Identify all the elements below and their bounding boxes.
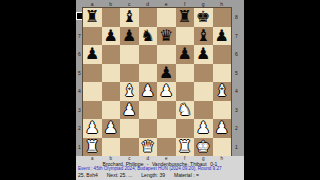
square-g5[interactable] bbox=[194, 64, 213, 83]
square-f6[interactable]: ♟ bbox=[176, 45, 195, 64]
white-pawn: ♟ bbox=[215, 120, 229, 136]
rank-label-5: 5 bbox=[233, 64, 240, 83]
rank-label-2: 2 bbox=[233, 119, 240, 138]
square-g6[interactable]: ♟ bbox=[194, 45, 213, 64]
rank-label-4: 4 bbox=[233, 82, 240, 101]
square-a5[interactable] bbox=[83, 64, 102, 83]
file-label-a: a bbox=[83, 1, 102, 7]
next-move: Next: 25. ... bbox=[107, 172, 133, 178]
event-line: Event : 45th Olympiad 2024, Budapest HUN… bbox=[78, 166, 243, 171]
black-bishop: ♝ bbox=[122, 9, 136, 25]
square-h2[interactable]: ♟ bbox=[213, 119, 232, 138]
square-e1[interactable] bbox=[157, 138, 176, 157]
white-king: ♚ bbox=[196, 139, 210, 155]
square-g4[interactable] bbox=[194, 82, 213, 101]
square-b7[interactable]: ♟ bbox=[102, 27, 121, 46]
rank-label-6: 6 bbox=[233, 45, 240, 64]
white-pawn: ♟ bbox=[122, 102, 136, 118]
white-pawn: ♟ bbox=[104, 120, 118, 136]
white-bishop: ♝ bbox=[122, 83, 136, 99]
rank-label-7: 7 bbox=[233, 27, 240, 46]
rank-label-1: 1 bbox=[233, 138, 240, 157]
square-c4[interactable]: ♝ bbox=[120, 82, 139, 101]
square-g2[interactable]: ♟ bbox=[194, 119, 213, 138]
square-a3[interactable] bbox=[83, 101, 102, 120]
square-b1[interactable] bbox=[102, 138, 121, 157]
black-rook: ♜ bbox=[178, 9, 192, 25]
square-h1[interactable] bbox=[213, 138, 232, 157]
file-label-f: f bbox=[176, 1, 195, 7]
square-e7[interactable]: ♛ bbox=[157, 27, 176, 46]
square-e5[interactable]: ♟ bbox=[157, 64, 176, 83]
square-b6[interactable] bbox=[102, 45, 121, 64]
square-b5[interactable] bbox=[102, 64, 121, 83]
square-a2[interactable]: ♟ bbox=[83, 119, 102, 138]
game-length: Length: 39 bbox=[141, 172, 165, 178]
square-d8[interactable] bbox=[139, 8, 158, 27]
black-pawn: ♟ bbox=[159, 65, 173, 81]
square-d5[interactable] bbox=[139, 64, 158, 83]
square-f8[interactable]: ♜ bbox=[176, 8, 195, 27]
square-e6[interactable] bbox=[157, 45, 176, 64]
square-a7[interactable] bbox=[83, 27, 102, 46]
file-labels-top: abcdefgh bbox=[83, 1, 231, 7]
material-balance: Material : = bbox=[174, 172, 199, 178]
video-frame: abcdefgh 87654321 87654321 ♜♝♜♚♟♟♞♛♝♟♟♟♟… bbox=[0, 0, 320, 180]
square-h8[interactable] bbox=[213, 8, 232, 27]
white-bishop: ♝ bbox=[215, 83, 229, 99]
white-knight: ♞ bbox=[178, 102, 192, 118]
rank-labels-right: 87654321 bbox=[233, 8, 240, 156]
square-f7[interactable] bbox=[176, 27, 195, 46]
square-f1[interactable]: ♜ bbox=[176, 138, 195, 157]
square-c3[interactable]: ♟ bbox=[120, 101, 139, 120]
chess-viewer: abcdefgh 87654321 87654321 ♜♝♜♚♟♟♞♛♝♟♟♟♟… bbox=[76, 0, 244, 180]
square-d6[interactable] bbox=[139, 45, 158, 64]
square-b4[interactable] bbox=[102, 82, 121, 101]
rank-label-3: 3 bbox=[233, 101, 240, 120]
square-f5[interactable] bbox=[176, 64, 195, 83]
rank-label-5: 5 bbox=[76, 64, 83, 83]
white-rook: ♜ bbox=[85, 139, 99, 155]
black-pawn: ♟ bbox=[104, 28, 118, 44]
rank-label-2: 2 bbox=[76, 119, 83, 138]
square-c2[interactable] bbox=[120, 119, 139, 138]
black-pawn: ♟ bbox=[122, 28, 136, 44]
square-c8[interactable]: ♝ bbox=[120, 8, 139, 27]
rank-label-7: 7 bbox=[76, 27, 83, 46]
white-queen: ♛ bbox=[141, 139, 155, 155]
square-c6[interactable] bbox=[120, 45, 139, 64]
square-h3[interactable] bbox=[213, 101, 232, 120]
square-d1[interactable]: ♛ bbox=[139, 138, 158, 157]
square-e2[interactable] bbox=[157, 119, 176, 138]
square-c1[interactable] bbox=[120, 138, 139, 157]
square-f3[interactable]: ♞ bbox=[176, 101, 195, 120]
square-f4[interactable] bbox=[176, 82, 195, 101]
black-pawn: ♟ bbox=[178, 46, 192, 62]
black-to-move-indicator bbox=[76, 12, 83, 20]
square-e8[interactable] bbox=[157, 8, 176, 27]
black-pawn: ♟ bbox=[215, 28, 229, 44]
square-a4[interactable] bbox=[83, 82, 102, 101]
white-pawn: ♟ bbox=[159, 83, 173, 99]
white-rook: ♜ bbox=[178, 139, 192, 155]
white-pawn: ♟ bbox=[85, 120, 99, 136]
last-move: 25. Bxh4 bbox=[78, 172, 98, 178]
square-b3[interactable] bbox=[102, 101, 121, 120]
square-h7[interactable]: ♟ bbox=[213, 27, 232, 46]
square-g8[interactable]: ♚ bbox=[194, 8, 213, 27]
black-knight: ♞ bbox=[141, 28, 155, 44]
square-e3[interactable] bbox=[157, 101, 176, 120]
rank-label-1: 1 bbox=[76, 138, 83, 157]
white-pawn: ♟ bbox=[141, 83, 155, 99]
square-b2[interactable]: ♟ bbox=[102, 119, 121, 138]
square-a6[interactable]: ♟ bbox=[83, 45, 102, 64]
rank-label-6: 6 bbox=[76, 45, 83, 64]
square-a8[interactable]: ♜ bbox=[83, 8, 102, 27]
black-bishop: ♝ bbox=[196, 28, 210, 44]
square-d4[interactable]: ♟ bbox=[139, 82, 158, 101]
black-king: ♚ bbox=[196, 9, 210, 25]
black-pawn: ♟ bbox=[85, 46, 99, 62]
square-c7[interactable]: ♟ bbox=[120, 27, 139, 46]
square-b8[interactable] bbox=[102, 8, 121, 27]
black-queen: ♛ bbox=[159, 28, 173, 44]
file-label-b: b bbox=[102, 1, 121, 7]
square-d2[interactable] bbox=[139, 119, 158, 138]
rank-label-3: 3 bbox=[76, 101, 83, 120]
file-label-g: g bbox=[194, 1, 213, 7]
square-c5[interactable] bbox=[120, 64, 139, 83]
square-g3[interactable] bbox=[194, 101, 213, 120]
rank-label-4: 4 bbox=[76, 82, 83, 101]
square-h6[interactable] bbox=[213, 45, 232, 64]
square-f2[interactable] bbox=[176, 119, 195, 138]
square-h4[interactable]: ♝ bbox=[213, 82, 232, 101]
game-info-panel: abcdefgh Brochard, Philippe - Vandenbuss… bbox=[76, 156, 244, 180]
rank-label-8: 8 bbox=[233, 8, 240, 27]
file-label-c: c bbox=[120, 1, 139, 7]
chess-board: ♜♝♜♚♟♟♞♛♝♟♟♟♟♟♝♟♟♝♟♞♟♟♟♟♜♛♜♚ bbox=[83, 8, 231, 156]
black-pawn: ♟ bbox=[196, 46, 210, 62]
move-status-line: 25. Bxh4 Next: 25. ... Length: 39 Materi… bbox=[78, 172, 243, 178]
square-d3[interactable] bbox=[139, 101, 158, 120]
rank-labels-left: 87654321 bbox=[76, 8, 83, 156]
black-rook: ♜ bbox=[85, 9, 99, 25]
file-label-d: d bbox=[139, 1, 158, 7]
white-pawn: ♟ bbox=[196, 120, 210, 136]
file-label-h: h bbox=[213, 1, 232, 7]
file-label-e: e bbox=[157, 1, 176, 7]
square-e4[interactable]: ♟ bbox=[157, 82, 176, 101]
square-h5[interactable] bbox=[213, 64, 232, 83]
square-a1[interactable]: ♜ bbox=[83, 138, 102, 157]
square-g1[interactable]: ♚ bbox=[194, 138, 213, 157]
square-g7[interactable]: ♝ bbox=[194, 27, 213, 46]
square-d7[interactable]: ♞ bbox=[139, 27, 158, 46]
